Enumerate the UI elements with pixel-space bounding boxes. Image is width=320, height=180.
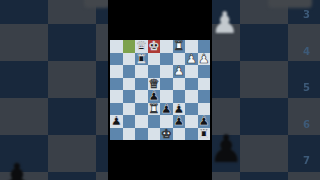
square-f2[interactable]: ♟ (173, 115, 186, 128)
bg-board-square (48, 98, 96, 135)
square-e8[interactable] (160, 40, 173, 53)
bg-rank-label: 5 (296, 82, 310, 93)
square-h6[interactable] (198, 65, 211, 78)
square-h2[interactable]: ♟ (198, 115, 211, 128)
white-queen-d5[interactable]: ♛ (148, 77, 161, 90)
bg-board-square (48, 61, 96, 98)
square-a8[interactable] (110, 40, 123, 53)
square-g4[interactable] (185, 90, 198, 103)
black-pawn-h2[interactable]: ♟ (198, 115, 211, 128)
square-h4[interactable] (198, 90, 211, 103)
square-d6[interactable] (148, 65, 161, 78)
video-frame: 34567♟♟♟ ♛♚♜♜♟♟♟♛♟♜♟♟♟♟♟♚♜ (0, 0, 320, 180)
square-f1[interactable] (173, 128, 186, 141)
bg-board-square (240, 172, 288, 180)
square-h3[interactable] (198, 103, 211, 116)
bg-board-square (48, 172, 96, 180)
square-g2[interactable] (185, 115, 198, 128)
square-d4[interactable]: ♟ (148, 90, 161, 103)
square-d2[interactable] (148, 115, 161, 128)
square-d5[interactable]: ♛ (148, 78, 161, 91)
black-pawn-d4[interactable]: ♟ (148, 90, 161, 103)
square-b1[interactable] (123, 128, 136, 141)
white-pawn-h7[interactable]: ♟ (198, 52, 211, 65)
square-g5[interactable] (185, 78, 198, 91)
square-e5[interactable] (160, 78, 173, 91)
square-f6[interactable]: ♟ (173, 65, 186, 78)
square-a3[interactable] (110, 103, 123, 116)
black-pawn-f3[interactable]: ♟ (173, 102, 186, 115)
square-c1[interactable] (135, 128, 148, 141)
black-pawn-f2[interactable]: ♟ (173, 115, 186, 128)
square-c5[interactable] (135, 78, 148, 91)
square-e2[interactable] (160, 115, 173, 128)
white-king-e1[interactable]: ♚ (160, 127, 173, 140)
square-e1[interactable]: ♚ (160, 128, 173, 141)
square-f5[interactable] (173, 78, 186, 91)
square-b5[interactable] (123, 78, 136, 91)
square-h1[interactable]: ♜ (198, 128, 211, 141)
square-g3[interactable] (185, 103, 198, 116)
square-d7[interactable] (148, 53, 161, 66)
bg-rank-label: 6 (296, 119, 310, 130)
black-king-d8[interactable]: ♚ (148, 40, 161, 53)
square-d8[interactable]: ♚ (148, 40, 161, 53)
black-queen-c8[interactable]: ♛ (135, 40, 148, 53)
bg-board-square (48, 135, 96, 172)
square-b3[interactable] (123, 103, 136, 116)
bg-board-square (0, 0, 48, 24)
square-b8[interactable] (123, 40, 136, 53)
square-e7[interactable] (160, 53, 173, 66)
square-c4[interactable] (135, 90, 148, 103)
square-d1[interactable] (148, 128, 161, 141)
square-c2[interactable] (135, 115, 148, 128)
square-c8[interactable]: ♛ (135, 40, 148, 53)
bg-board-square (240, 24, 288, 61)
white-pawn-g7[interactable]: ♟ (185, 52, 198, 65)
square-b2[interactable] (123, 115, 136, 128)
square-f3[interactable]: ♟ (173, 103, 186, 116)
bg-board-square (0, 61, 48, 98)
square-e4[interactable] (160, 90, 173, 103)
square-a5[interactable] (110, 78, 123, 91)
white-rook-f8[interactable]: ♜ (173, 40, 186, 53)
square-b6[interactable] (123, 65, 136, 78)
square-a1[interactable] (110, 128, 123, 141)
square-c3[interactable] (135, 103, 148, 116)
square-c7[interactable]: ♜ (135, 53, 148, 66)
square-h7[interactable]: ♟ (198, 53, 211, 66)
square-g1[interactable] (185, 128, 198, 141)
bg-rank-label: 7 (296, 155, 310, 166)
square-d3[interactable]: ♜ (148, 103, 161, 116)
bg-piece-base-right (268, 0, 312, 8)
square-b4[interactable] (123, 90, 136, 103)
bg-board-square (240, 61, 288, 98)
bg-piece-base-left (84, 0, 110, 8)
bg-rank-label: 3 (296, 9, 310, 20)
square-b7[interactable] (123, 53, 136, 66)
bg-board-square (0, 24, 48, 61)
black-rook-c7[interactable]: ♜ (135, 52, 148, 65)
square-f8[interactable]: ♜ (173, 40, 186, 53)
square-e3[interactable]: ♟ (160, 103, 173, 116)
square-a6[interactable] (110, 65, 123, 78)
chess-board[interactable]: ♛♚♜♜♟♟♟♛♟♜♟♟♟♟♟♚♜ (110, 40, 210, 140)
square-f7[interactable] (173, 53, 186, 66)
square-g8[interactable] (185, 40, 198, 53)
bg-board-square (0, 98, 48, 135)
square-g6[interactable] (185, 65, 198, 78)
bg-board-square (48, 24, 96, 61)
square-a2[interactable]: ♟ (110, 115, 123, 128)
bg-board-square (288, 135, 320, 172)
bg-rank-label: 4 (296, 46, 310, 57)
white-rook-d3[interactable]: ♜ (148, 102, 161, 115)
white-pawn-f6[interactable]: ♟ (173, 65, 186, 78)
bg-board-square (288, 172, 320, 180)
bg-white-pawn-icon: ♟ (207, 8, 243, 38)
bg-black-pawn-left-icon: ♟ (0, 158, 40, 180)
square-a7[interactable] (110, 53, 123, 66)
black-rook-h1[interactable]: ♜ (198, 127, 211, 140)
square-c6[interactable] (135, 65, 148, 78)
square-a4[interactable] (110, 90, 123, 103)
black-pawn-a2[interactable]: ♟ (110, 115, 123, 128)
square-f4[interactable] (173, 90, 186, 103)
square-g7[interactable]: ♟ (185, 53, 198, 66)
square-e6[interactable] (160, 65, 173, 78)
black-pawn-e3[interactable]: ♟ (160, 102, 173, 115)
square-h5[interactable] (198, 78, 211, 91)
square-h8[interactable] (198, 40, 211, 53)
